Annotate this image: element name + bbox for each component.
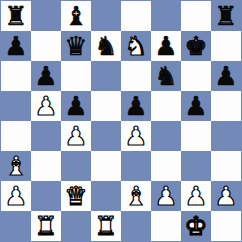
- square-b6[interactable]: ♟: [31, 61, 61, 91]
- piece-black-rook[interactable]: ♜: [4, 1, 27, 31]
- piece-white-queen[interactable]: ♛: [64, 181, 87, 211]
- piece-black-knight[interactable]: ♞: [154, 61, 177, 91]
- square-d4[interactable]: [91, 121, 121, 151]
- square-h2[interactable]: ♟: [211, 181, 241, 211]
- square-f1[interactable]: [151, 211, 181, 241]
- square-a4[interactable]: [1, 121, 31, 151]
- square-b7[interactable]: [31, 31, 61, 61]
- square-h8[interactable]: ♜: [211, 1, 241, 31]
- piece-black-pawn[interactable]: ♟: [154, 31, 177, 61]
- square-c1[interactable]: [61, 211, 91, 241]
- square-b5[interactable]: ♟: [31, 91, 61, 121]
- square-f8[interactable]: [151, 1, 181, 31]
- piece-white-pawn[interactable]: ♟: [64, 121, 87, 151]
- piece-black-knight[interactable]: ♞: [94, 31, 117, 61]
- square-e8[interactable]: [121, 1, 151, 31]
- piece-black-pawn[interactable]: ♟: [64, 91, 87, 121]
- piece-white-knight[interactable]: ♞: [124, 31, 147, 61]
- square-g7[interactable]: ♚: [181, 31, 211, 61]
- chess-board: ♜♝♜♟♛♞♞♟♚♟♞♟♟♟♟♟♟♟♝♟♛♝♟♟♟♜♜♚: [0, 0, 242, 242]
- square-g1[interactable]: ♚: [181, 211, 211, 241]
- piece-black-pawn[interactable]: ♟: [4, 31, 27, 61]
- square-c5[interactable]: ♟: [61, 91, 91, 121]
- piece-white-rook[interactable]: ♜: [94, 211, 117, 241]
- square-g3[interactable]: [181, 151, 211, 181]
- square-g5[interactable]: ♟: [181, 91, 211, 121]
- square-c2[interactable]: ♛: [61, 181, 91, 211]
- piece-black-pawn[interactable]: ♟: [184, 91, 207, 121]
- square-f5[interactable]: [151, 91, 181, 121]
- square-e1[interactable]: [121, 211, 151, 241]
- square-h5[interactable]: [211, 91, 241, 121]
- square-c8[interactable]: ♝: [61, 1, 91, 31]
- piece-black-bishop[interactable]: ♝: [64, 1, 87, 31]
- square-f4[interactable]: [151, 121, 181, 151]
- square-d2[interactable]: [91, 181, 121, 211]
- piece-white-bishop[interactable]: ♝: [124, 181, 147, 211]
- square-e6[interactable]: [121, 61, 151, 91]
- piece-white-pawn[interactable]: ♟: [4, 181, 27, 211]
- square-c4[interactable]: ♟: [61, 121, 91, 151]
- piece-white-pawn[interactable]: ♟: [214, 181, 237, 211]
- piece-white-king[interactable]: ♚: [184, 211, 207, 241]
- square-a6[interactable]: [1, 61, 31, 91]
- square-a7[interactable]: ♟: [1, 31, 31, 61]
- piece-black-queen[interactable]: ♛: [64, 31, 87, 61]
- square-g4[interactable]: [181, 121, 211, 151]
- piece-black-rook[interactable]: ♜: [214, 1, 237, 31]
- square-e4[interactable]: ♟: [121, 121, 151, 151]
- piece-black-pawn[interactable]: ♟: [124, 91, 147, 121]
- square-d8[interactable]: [91, 1, 121, 31]
- square-e2[interactable]: ♝: [121, 181, 151, 211]
- square-e5[interactable]: ♟: [121, 91, 151, 121]
- square-a8[interactable]: ♜: [1, 1, 31, 31]
- piece-black-pawn[interactable]: ♟: [34, 61, 57, 91]
- piece-white-pawn[interactable]: ♟: [34, 91, 57, 121]
- square-f3[interactable]: [151, 151, 181, 181]
- piece-white-pawn[interactable]: ♟: [124, 121, 147, 151]
- square-c3[interactable]: [61, 151, 91, 181]
- square-g6[interactable]: [181, 61, 211, 91]
- square-b2[interactable]: [31, 181, 61, 211]
- square-g2[interactable]: ♟: [181, 181, 211, 211]
- square-h7[interactable]: [211, 31, 241, 61]
- square-f6[interactable]: ♞: [151, 61, 181, 91]
- square-a5[interactable]: [1, 91, 31, 121]
- square-c6[interactable]: [61, 61, 91, 91]
- square-b1[interactable]: ♜: [31, 211, 61, 241]
- square-h1[interactable]: [211, 211, 241, 241]
- square-b3[interactable]: [31, 151, 61, 181]
- square-f2[interactable]: ♟: [151, 181, 181, 211]
- square-b8[interactable]: [31, 1, 61, 31]
- square-d7[interactable]: ♞: [91, 31, 121, 61]
- square-b4[interactable]: [31, 121, 61, 151]
- square-h6[interactable]: ♟: [211, 61, 241, 91]
- square-g8[interactable]: [181, 1, 211, 31]
- piece-white-pawn[interactable]: ♟: [154, 181, 177, 211]
- square-d6[interactable]: [91, 61, 121, 91]
- square-d1[interactable]: ♜: [91, 211, 121, 241]
- piece-black-pawn[interactable]: ♟: [214, 61, 237, 91]
- square-e3[interactable]: [121, 151, 151, 181]
- square-d3[interactable]: [91, 151, 121, 181]
- square-h3[interactable]: [211, 151, 241, 181]
- piece-white-bishop[interactable]: ♝: [4, 151, 27, 181]
- square-a2[interactable]: ♟: [1, 181, 31, 211]
- square-d5[interactable]: [91, 91, 121, 121]
- square-c7[interactable]: ♛: [61, 31, 91, 61]
- square-e7[interactable]: ♞: [121, 31, 151, 61]
- square-h4[interactable]: [211, 121, 241, 151]
- piece-white-rook[interactable]: ♜: [34, 211, 57, 241]
- square-a1[interactable]: [1, 211, 31, 241]
- piece-black-king[interactable]: ♚: [184, 31, 207, 61]
- piece-white-pawn[interactable]: ♟: [184, 181, 207, 211]
- square-f7[interactable]: ♟: [151, 31, 181, 61]
- square-a3[interactable]: ♝: [1, 151, 31, 181]
